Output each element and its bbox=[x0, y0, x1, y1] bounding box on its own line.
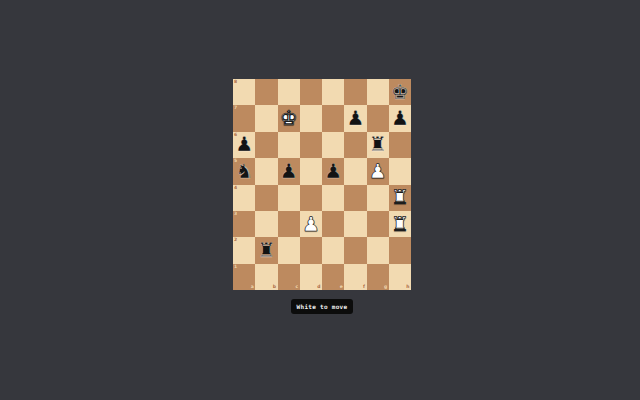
square-a5[interactable]: 5♞ bbox=[233, 158, 255, 184]
piece-white-rook-h4: ♜ bbox=[389, 185, 411, 211]
square-c6[interactable] bbox=[278, 132, 300, 158]
square-g1[interactable]: g bbox=[367, 264, 389, 290]
piece-black-pawn-e5: ♟ bbox=[322, 158, 344, 184]
square-d5[interactable] bbox=[300, 158, 322, 184]
file-label-b: b bbox=[273, 285, 276, 290]
square-g4[interactable] bbox=[367, 185, 389, 211]
square-h5[interactable] bbox=[389, 158, 411, 184]
square-b8[interactable] bbox=[255, 79, 277, 105]
square-b5[interactable] bbox=[255, 158, 277, 184]
square-e8[interactable] bbox=[322, 79, 344, 105]
square-e4[interactable] bbox=[322, 185, 344, 211]
square-e5[interactable]: ♟ bbox=[322, 158, 344, 184]
piece-black-pawn-h7: ♟ bbox=[389, 105, 411, 131]
square-h2[interactable] bbox=[389, 237, 411, 263]
rank-label-3: 3 bbox=[234, 212, 237, 217]
square-a8[interactable]: 8 bbox=[233, 79, 255, 105]
square-f3[interactable] bbox=[344, 211, 366, 237]
piece-white-pawn-d3: ♟ bbox=[300, 211, 322, 237]
square-d8[interactable] bbox=[300, 79, 322, 105]
square-f5[interactable] bbox=[344, 158, 366, 184]
rank-label-1: 1 bbox=[234, 265, 237, 270]
file-label-d: d bbox=[317, 285, 320, 290]
square-f6[interactable] bbox=[344, 132, 366, 158]
square-b1[interactable]: b bbox=[255, 264, 277, 290]
file-label-a: a bbox=[251, 285, 254, 290]
square-d7[interactable] bbox=[300, 105, 322, 131]
square-b3[interactable] bbox=[255, 211, 277, 237]
piece-black-king-h8: ♚ bbox=[389, 79, 411, 105]
square-a2[interactable]: 2 bbox=[233, 237, 255, 263]
file-label-h: h bbox=[406, 285, 409, 290]
board-area: 8♚7♚♟♟6♟♜5♞♟♟♟4♜3♟♜2♜1abcdefgh White to … bbox=[233, 79, 411, 314]
square-d2[interactable] bbox=[300, 237, 322, 263]
square-g3[interactable] bbox=[367, 211, 389, 237]
chess-board: 8♚7♚♟♟6♟♜5♞♟♟♟4♜3♟♜2♜1abcdefgh bbox=[233, 79, 411, 290]
square-h6[interactable] bbox=[389, 132, 411, 158]
square-h3[interactable]: ♜ bbox=[389, 211, 411, 237]
square-e7[interactable] bbox=[322, 105, 344, 131]
square-e1[interactable]: e bbox=[322, 264, 344, 290]
square-c2[interactable] bbox=[278, 237, 300, 263]
piece-black-rook-b2: ♜ bbox=[255, 237, 277, 263]
square-h7[interactable]: ♟ bbox=[389, 105, 411, 131]
square-b2[interactable]: ♜ bbox=[255, 237, 277, 263]
square-e3[interactable] bbox=[322, 211, 344, 237]
square-f1[interactable]: f bbox=[344, 264, 366, 290]
square-f4[interactable] bbox=[344, 185, 366, 211]
file-label-c: c bbox=[296, 285, 299, 290]
square-c7[interactable]: ♚ bbox=[278, 105, 300, 131]
square-g7[interactable] bbox=[367, 105, 389, 131]
file-label-g: g bbox=[384, 285, 387, 290]
rank-label-4: 4 bbox=[234, 186, 237, 191]
square-g5[interactable]: ♟ bbox=[367, 158, 389, 184]
square-g8[interactable] bbox=[367, 79, 389, 105]
turn-indicator-badge: White to move bbox=[291, 299, 354, 314]
piece-black-rook-g6: ♜ bbox=[367, 132, 389, 158]
square-g6[interactable]: ♜ bbox=[367, 132, 389, 158]
square-f2[interactable] bbox=[344, 237, 366, 263]
square-b7[interactable] bbox=[255, 105, 277, 131]
turn-indicator-label: White to move bbox=[297, 303, 348, 310]
piece-white-pawn-g5: ♟ bbox=[367, 158, 389, 184]
square-f8[interactable] bbox=[344, 79, 366, 105]
piece-black-pawn-c5: ♟ bbox=[278, 158, 300, 184]
square-a7[interactable]: 7 bbox=[233, 105, 255, 131]
square-b6[interactable] bbox=[255, 132, 277, 158]
square-b4[interactable] bbox=[255, 185, 277, 211]
piece-white-king-c7: ♚ bbox=[278, 105, 300, 131]
square-c1[interactable]: c bbox=[278, 264, 300, 290]
square-a3[interactable]: 3 bbox=[233, 211, 255, 237]
square-d4[interactable] bbox=[300, 185, 322, 211]
piece-black-pawn-a6: ♟ bbox=[233, 132, 255, 158]
square-e6[interactable] bbox=[322, 132, 344, 158]
square-g2[interactable] bbox=[367, 237, 389, 263]
square-c8[interactable] bbox=[278, 79, 300, 105]
piece-black-pawn-f7: ♟ bbox=[344, 105, 366, 131]
square-a1[interactable]: 1a bbox=[233, 264, 255, 290]
square-d3[interactable]: ♟ bbox=[300, 211, 322, 237]
rank-label-7: 7 bbox=[234, 106, 237, 111]
square-h8[interactable]: ♚ bbox=[389, 79, 411, 105]
piece-black-knight-a5: ♞ bbox=[233, 158, 255, 184]
square-h1[interactable]: h bbox=[389, 264, 411, 290]
square-h4[interactable]: ♜ bbox=[389, 185, 411, 211]
square-a6[interactable]: 6♟ bbox=[233, 132, 255, 158]
square-d6[interactable] bbox=[300, 132, 322, 158]
square-a4[interactable]: 4 bbox=[233, 185, 255, 211]
rank-label-2: 2 bbox=[234, 238, 237, 243]
square-e2[interactable] bbox=[322, 237, 344, 263]
file-label-f: f bbox=[363, 285, 365, 290]
square-d1[interactable]: d bbox=[300, 264, 322, 290]
file-label-e: e bbox=[340, 285, 343, 290]
square-c5[interactable]: ♟ bbox=[278, 158, 300, 184]
square-f7[interactable]: ♟ bbox=[344, 105, 366, 131]
square-c3[interactable] bbox=[278, 211, 300, 237]
piece-white-rook-h3: ♜ bbox=[389, 211, 411, 237]
rank-label-8: 8 bbox=[234, 80, 237, 85]
square-c4[interactable] bbox=[278, 185, 300, 211]
